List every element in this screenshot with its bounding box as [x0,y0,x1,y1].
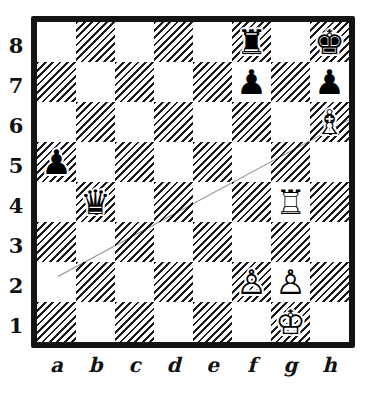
rank-label-6: 6 [4,105,28,145]
square-f5[interactable] [232,142,271,182]
square-b8[interactable] [76,22,115,62]
rank-label-1: 1 [4,305,28,345]
square-c2[interactable] [115,262,154,302]
square-h3[interactable] [310,222,349,262]
rank-label-7: 7 [4,65,28,105]
square-f3[interactable] [232,222,271,262]
square-g2[interactable]: ♙ [271,262,310,302]
black-pawn: ♟ [41,145,71,179]
board-frame: ♜♚♟♟♗♟♛♖♙♙♔ [31,16,355,348]
square-d7[interactable] [154,62,193,102]
file-labels: abcdefgh [37,353,349,379]
square-e5[interactable] [193,142,232,182]
square-c7[interactable] [115,62,154,102]
square-b5[interactable] [76,142,115,182]
square-a8[interactable] [37,22,76,62]
file-label-b: b [76,353,115,379]
rank-labels: 87654321 [4,22,28,342]
white-pawn: ♙ [236,265,266,299]
square-g5[interactable] [271,142,310,182]
square-d2[interactable] [154,262,193,302]
square-e7[interactable] [193,62,232,102]
rank-label-5: 5 [4,145,28,185]
square-e1[interactable] [193,302,232,342]
square-c3[interactable] [115,222,154,262]
square-a2[interactable] [37,262,76,302]
square-h4[interactable] [310,182,349,222]
square-d5[interactable] [154,142,193,182]
black-king: ♚ [314,25,344,59]
square-e4[interactable] [193,182,232,222]
square-b4[interactable]: ♛ [76,182,115,222]
file-label-e: e [193,353,232,379]
white-king: ♔ [275,305,305,339]
square-f7[interactable]: ♟ [232,62,271,102]
square-h7[interactable]: ♟ [310,62,349,102]
square-b2[interactable] [76,262,115,302]
black-pawn: ♟ [314,65,344,99]
square-h8[interactable]: ♚ [310,22,349,62]
square-c6[interactable] [115,102,154,142]
square-e3[interactable] [193,222,232,262]
square-a5[interactable]: ♟ [37,142,76,182]
file-label-g: g [271,353,310,379]
rank-label-2: 2 [4,265,28,305]
square-h1[interactable] [310,302,349,342]
square-a4[interactable] [37,182,76,222]
file-label-a: a [37,353,76,379]
file-label-d: d [154,353,193,379]
white-bishop: ♗ [314,105,344,139]
square-b6[interactable] [76,102,115,142]
square-c4[interactable] [115,182,154,222]
square-a1[interactable] [37,302,76,342]
square-f4[interactable] [232,182,271,222]
square-d6[interactable] [154,102,193,142]
file-label-f: f [232,353,271,379]
square-b1[interactable] [76,302,115,342]
square-g4[interactable]: ♖ [271,182,310,222]
square-a3[interactable] [37,222,76,262]
chess-diagram: 87654321 ♜♚♟♟♗♟♛♖♙♙♔ abcdefgh [0,0,386,393]
square-f1[interactable] [232,302,271,342]
white-rook: ♖ [275,185,305,219]
square-f8[interactable]: ♜ [232,22,271,62]
square-e6[interactable] [193,102,232,142]
square-a7[interactable] [37,62,76,102]
square-d8[interactable] [154,22,193,62]
square-d3[interactable] [154,222,193,262]
square-b3[interactable] [76,222,115,262]
square-e8[interactable] [193,22,232,62]
white-pawn: ♙ [275,265,305,299]
square-g7[interactable] [271,62,310,102]
square-g8[interactable] [271,22,310,62]
square-a6[interactable] [37,102,76,142]
square-d4[interactable] [154,182,193,222]
rank-label-3: 3 [4,225,28,265]
square-h5[interactable] [310,142,349,182]
square-g3[interactable] [271,222,310,262]
file-label-c: c [115,353,154,379]
square-e2[interactable] [193,262,232,302]
chess-board: ♜♚♟♟♗♟♛♖♙♙♔ [37,22,349,342]
square-b7[interactable] [76,62,115,102]
file-label-h: h [310,353,349,379]
black-queen: ♛ [80,185,110,219]
rank-label-8: 8 [4,25,28,65]
black-pawn: ♟ [236,65,266,99]
square-f2[interactable]: ♙ [232,262,271,302]
square-h2[interactable] [310,262,349,302]
square-d1[interactable] [154,302,193,342]
square-f6[interactable] [232,102,271,142]
square-g6[interactable] [271,102,310,142]
black-rook: ♜ [236,25,266,59]
square-g1[interactable]: ♔ [271,302,310,342]
square-h6[interactable]: ♗ [310,102,349,142]
rank-label-4: 4 [4,185,28,225]
square-c1[interactable] [115,302,154,342]
square-c5[interactable] [115,142,154,182]
square-c8[interactable] [115,22,154,62]
